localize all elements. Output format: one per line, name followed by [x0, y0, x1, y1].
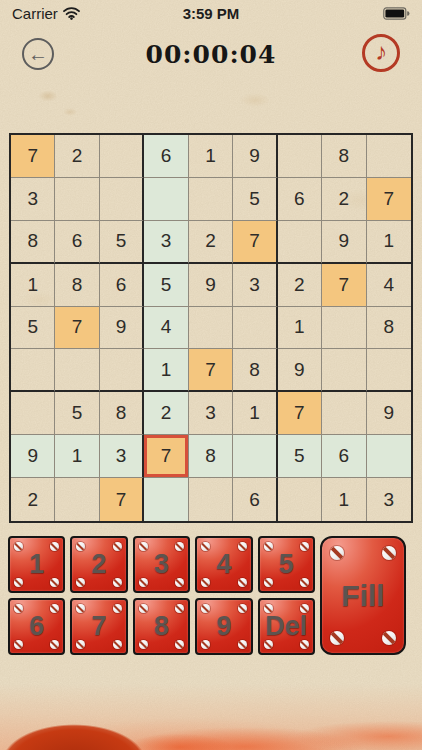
cell-r2c6[interactable]: 5 — [233, 178, 277, 221]
cell-r5c5[interactable] — [189, 307, 233, 350]
screw-icon — [139, 604, 148, 613]
cell-r2c7[interactable]: 6 — [278, 178, 322, 221]
cell-r8c8[interactable]: 6 — [322, 435, 366, 478]
screw-icon — [50, 542, 59, 551]
screw-icon — [201, 604, 210, 613]
screw-icon — [238, 542, 247, 551]
cell-r4c4[interactable]: 5 — [144, 264, 188, 307]
cell-r7c6[interactable]: 1 — [233, 392, 277, 435]
watercolor-decoration — [0, 665, 422, 750]
cell-r6c4[interactable]: 1 — [144, 349, 188, 392]
numpad-button-1[interactable]: 1 — [8, 536, 65, 593]
cell-r8c4[interactable]: 7 — [144, 435, 188, 478]
numpad-label: 1 — [29, 549, 44, 580]
cell-r6c6[interactable]: 8 — [233, 349, 277, 392]
cell-r5c9[interactable]: 8 — [367, 307, 411, 350]
cell-r8c1[interactable]: 9 — [11, 435, 55, 478]
cell-r2c9[interactable]: 7 — [367, 178, 411, 221]
screw-icon — [264, 604, 273, 613]
screw-icon — [175, 578, 184, 587]
screw-icon — [201, 578, 210, 587]
cell-r4c2[interactable]: 8 — [55, 264, 99, 307]
cell-r8c2[interactable]: 1 — [55, 435, 99, 478]
numpad-label: 6 — [29, 611, 44, 642]
screw-icon — [238, 604, 247, 613]
cell-r3c6[interactable]: 7 — [233, 221, 277, 264]
cell-r6c5[interactable]: 7 — [189, 349, 233, 392]
screw-icon — [264, 542, 273, 551]
music-note-icon: ♪ — [375, 40, 387, 64]
numpad-button-fill[interactable]: Fill — [320, 536, 406, 655]
numpad-button-4[interactable]: 4 — [195, 536, 252, 593]
cell-r5c8[interactable] — [322, 307, 366, 350]
numpad-button-6[interactable]: 6 — [8, 598, 65, 655]
cell-r6c2[interactable] — [55, 349, 99, 392]
numpad-label: Fill — [341, 579, 384, 613]
cell-r5c2[interactable]: 7 — [55, 307, 99, 350]
numpad-label: 9 — [216, 611, 231, 642]
screw-icon — [201, 640, 210, 649]
cell-r7c3[interactable]: 8 — [100, 392, 144, 435]
cell-r6c3[interactable] — [100, 349, 144, 392]
screw-icon — [76, 640, 85, 649]
screw-icon — [300, 542, 309, 551]
screw-icon — [14, 578, 23, 587]
cell-r1c7[interactable] — [278, 135, 322, 178]
cell-r9c9[interactable]: 3 — [367, 478, 411, 521]
numpad-button-7[interactable]: 7 — [70, 598, 127, 655]
cell-r1c5[interactable]: 1 — [189, 135, 233, 178]
cell-r7c9[interactable]: 9 — [367, 392, 411, 435]
numpad-button-8[interactable]: 8 — [133, 598, 190, 655]
cell-r9c6[interactable]: 6 — [233, 478, 277, 521]
screw-icon — [175, 604, 184, 613]
cell-r9c2[interactable] — [55, 478, 99, 521]
cell-r9c4[interactable] — [144, 478, 188, 521]
cell-r3c5[interactable]: 2 — [189, 221, 233, 264]
cell-r2c1[interactable]: 3 — [11, 178, 55, 221]
cell-r1c2[interactable]: 2 — [55, 135, 99, 178]
timer: 00:00:04 — [0, 40, 422, 69]
sound-button[interactable]: ♪ — [362, 34, 400, 72]
numpad-button-9[interactable]: 9 — [195, 598, 252, 655]
header: ← 00:00:04 ♪ — [0, 30, 422, 82]
screw-icon — [50, 604, 59, 613]
numpad-label: 7 — [92, 611, 107, 642]
cell-r1c3[interactable] — [100, 135, 144, 178]
numpad-button-del[interactable]: Del — [258, 598, 315, 655]
status-bar: 3:59 PM Carrier — [0, 0, 422, 24]
screw-icon — [76, 542, 85, 551]
cell-r2c8[interactable]: 2 — [322, 178, 366, 221]
screw-icon — [300, 578, 309, 587]
screw-icon — [113, 542, 122, 551]
cell-r5c6[interactable] — [233, 307, 277, 350]
screw-icon — [113, 604, 122, 613]
cell-r9c3[interactable]: 7 — [100, 478, 144, 521]
cell-r2c5[interactable] — [189, 178, 233, 221]
screw-icon — [330, 546, 344, 560]
cell-r4c5[interactable]: 9 — [189, 264, 233, 307]
cell-r3c9[interactable]: 1 — [367, 221, 411, 264]
cell-r6c1[interactable] — [11, 349, 55, 392]
cell-r3c3[interactable]: 5 — [100, 221, 144, 264]
cell-r6c9[interactable] — [367, 349, 411, 392]
screw-icon — [139, 640, 148, 649]
screw-icon — [201, 542, 210, 551]
cell-r9c5[interactable] — [189, 478, 233, 521]
number-pad: 123456789DelFill — [8, 536, 406, 655]
cell-r7c7[interactable]: 7 — [278, 392, 322, 435]
cell-r8c3[interactable]: 3 — [100, 435, 144, 478]
cell-r7c4[interactable]: 2 — [144, 392, 188, 435]
cell-r4c1[interactable]: 1 — [11, 264, 55, 307]
cell-r5c1[interactable]: 5 — [11, 307, 55, 350]
cell-r3c1[interactable]: 8 — [11, 221, 55, 264]
cell-r3c7[interactable] — [278, 221, 322, 264]
screw-icon — [139, 578, 148, 587]
numpad-label: 2 — [92, 549, 107, 580]
screw-icon — [50, 578, 59, 587]
screw-icon — [382, 631, 396, 645]
sudoku-board: 7261983562786532791186593274579418178958… — [9, 133, 413, 523]
cell-r6c8[interactable] — [322, 349, 366, 392]
numpad-label: 3 — [154, 549, 169, 580]
screw-icon — [139, 542, 148, 551]
cell-r2c4[interactable] — [144, 178, 188, 221]
cell-r5c3[interactable]: 9 — [100, 307, 144, 350]
screw-icon — [175, 542, 184, 551]
cell-r4c6[interactable]: 3 — [233, 264, 277, 307]
screw-icon — [14, 542, 23, 551]
cell-r7c5[interactable]: 3 — [189, 392, 233, 435]
screw-icon — [330, 631, 344, 645]
screw-icon — [300, 640, 309, 649]
screw-icon — [238, 578, 247, 587]
screw-icon — [14, 640, 23, 649]
cell-r4c9[interactable]: 4 — [367, 264, 411, 307]
cell-r9c1[interactable]: 2 — [11, 478, 55, 521]
cell-r1c1[interactable]: 7 — [11, 135, 55, 178]
screw-icon — [50, 640, 59, 649]
cell-r7c2[interactable]: 5 — [55, 392, 99, 435]
screw-icon — [264, 640, 273, 649]
cell-r6c7[interactable]: 9 — [278, 349, 322, 392]
cell-r8c5[interactable]: 8 — [189, 435, 233, 478]
cell-r7c1[interactable] — [11, 392, 55, 435]
cell-r4c8[interactable]: 7 — [322, 264, 366, 307]
numpad-button-5[interactable]: 5 — [258, 536, 315, 593]
cell-r3c4[interactable]: 3 — [144, 221, 188, 264]
cell-r1c9[interactable] — [367, 135, 411, 178]
cell-r8c7[interactable]: 5 — [278, 435, 322, 478]
screw-icon — [76, 578, 85, 587]
cell-r9c7[interactable] — [278, 478, 322, 521]
cell-r1c6[interactable]: 9 — [233, 135, 277, 178]
screw-icon — [113, 578, 122, 587]
cell-r1c8[interactable]: 8 — [322, 135, 366, 178]
screw-icon — [76, 604, 85, 613]
screw-icon — [382, 546, 396, 560]
numpad-label: 8 — [154, 611, 169, 642]
cell-r5c4[interactable]: 4 — [144, 307, 188, 350]
cell-r4c3[interactable]: 6 — [100, 264, 144, 307]
cell-r3c8[interactable]: 9 — [322, 221, 366, 264]
screw-icon — [175, 640, 184, 649]
app-screen: 3:59 PM Carrier ← 00:00:04 ♪ 72619 — [0, 0, 422, 750]
cell-r7c8[interactable] — [322, 392, 366, 435]
numpad-label: Del — [265, 611, 307, 642]
screw-icon — [300, 604, 309, 613]
cell-r8c9[interactable] — [367, 435, 411, 478]
cell-r2c3[interactable] — [100, 178, 144, 221]
screw-icon — [238, 640, 247, 649]
cell-r4c7[interactable]: 2 — [278, 264, 322, 307]
cell-r2c2[interactable] — [55, 178, 99, 221]
numpad-button-3[interactable]: 3 — [133, 536, 190, 593]
cell-r1c4[interactable]: 6 — [144, 135, 188, 178]
screw-icon — [14, 604, 23, 613]
cell-r3c2[interactable]: 6 — [55, 221, 99, 264]
status-time: 3:59 PM — [0, 5, 422, 22]
cell-r9c8[interactable]: 1 — [322, 478, 366, 521]
cell-r5c7[interactable]: 1 — [278, 307, 322, 350]
screw-icon — [113, 640, 122, 649]
cell-r8c6[interactable] — [233, 435, 277, 478]
numpad-label: 5 — [279, 549, 294, 580]
screw-icon — [264, 578, 273, 587]
numpad-label: 4 — [216, 549, 231, 580]
numpad-button-2[interactable]: 2 — [70, 536, 127, 593]
